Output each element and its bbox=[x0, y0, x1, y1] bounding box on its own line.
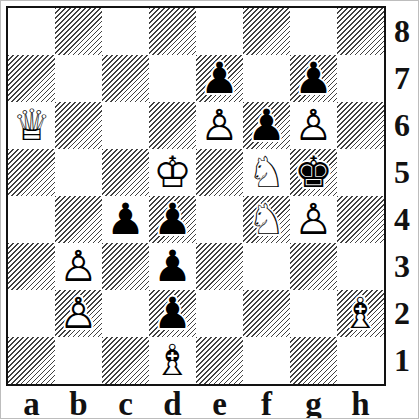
square-c1[interactable] bbox=[102, 337, 149, 384]
square-f5[interactable]: ♞♘ bbox=[243, 149, 290, 196]
piece-white-pawn-outline: ♙ bbox=[55, 290, 102, 337]
piece-black-pawn[interactable]: ♟ bbox=[149, 243, 196, 290]
rank-label-6: 6 bbox=[386, 102, 418, 149]
square-d3[interactable]: ♟ bbox=[149, 243, 196, 290]
square-f4[interactable]: ♞♘ bbox=[243, 196, 290, 243]
square-g6[interactable]: ♟♙ bbox=[290, 102, 337, 149]
piece-black-pawn[interactable]: ♟ bbox=[290, 55, 337, 102]
piece-white-bishop-outline: ♗ bbox=[149, 337, 196, 384]
piece-white-king[interactable]: ♚ bbox=[149, 149, 196, 196]
rank-label-1: 1 bbox=[386, 337, 418, 384]
square-c8[interactable] bbox=[102, 8, 149, 55]
piece-black-pawn[interactable]: ♟ bbox=[196, 55, 243, 102]
square-a2[interactable] bbox=[8, 290, 55, 337]
square-g8[interactable] bbox=[290, 8, 337, 55]
square-b7[interactable] bbox=[55, 55, 102, 102]
square-e7[interactable]: ♟ bbox=[196, 55, 243, 102]
rank-labels: 87654321 bbox=[386, 8, 418, 384]
file-label-e: e bbox=[196, 384, 243, 419]
square-a8[interactable] bbox=[8, 8, 55, 55]
square-e5[interactable] bbox=[196, 149, 243, 196]
square-c5[interactable] bbox=[102, 149, 149, 196]
piece-black-pawn[interactable]: ♟ bbox=[149, 196, 196, 243]
piece-white-pawn-outline: ♙ bbox=[55, 243, 102, 290]
square-g4[interactable]: ♟♙ bbox=[290, 196, 337, 243]
rank-label-8: 8 bbox=[386, 8, 418, 55]
square-h2[interactable]: ♝♗ bbox=[337, 290, 384, 337]
square-b1[interactable] bbox=[55, 337, 102, 384]
square-a6[interactable]: ♛♕ bbox=[8, 102, 55, 149]
rank-label-3: 3 bbox=[386, 243, 418, 290]
square-f7[interactable] bbox=[243, 55, 290, 102]
piece-white-knight[interactable]: ♞ bbox=[243, 149, 290, 196]
square-f2[interactable] bbox=[243, 290, 290, 337]
file-label-b: b bbox=[55, 384, 102, 419]
square-c4[interactable]: ♟ bbox=[102, 196, 149, 243]
rank-label-2: 2 bbox=[386, 290, 418, 337]
square-h3[interactable] bbox=[337, 243, 384, 290]
rank-label-7: 7 bbox=[386, 55, 418, 102]
file-label-d: d bbox=[149, 384, 196, 419]
square-b3[interactable]: ♟♙ bbox=[55, 243, 102, 290]
square-g7[interactable]: ♟ bbox=[290, 55, 337, 102]
square-b2[interactable]: ♟♙ bbox=[55, 290, 102, 337]
square-c7[interactable] bbox=[102, 55, 149, 102]
square-c3[interactable] bbox=[102, 243, 149, 290]
square-h1[interactable] bbox=[337, 337, 384, 384]
square-e4[interactable] bbox=[196, 196, 243, 243]
piece-white-pawn-outline: ♙ bbox=[290, 196, 337, 243]
square-h8[interactable] bbox=[337, 8, 384, 55]
square-a5[interactable] bbox=[8, 149, 55, 196]
square-f1[interactable] bbox=[243, 337, 290, 384]
square-e8[interactable] bbox=[196, 8, 243, 55]
square-b4[interactable] bbox=[55, 196, 102, 243]
square-b8[interactable] bbox=[55, 8, 102, 55]
piece-white-bishop-outline: ♗ bbox=[337, 290, 384, 337]
piece-white-bishop[interactable]: ♝ bbox=[149, 337, 196, 384]
square-e6[interactable]: ♟♙ bbox=[196, 102, 243, 149]
file-label-f: f bbox=[243, 384, 290, 419]
square-a4[interactable] bbox=[8, 196, 55, 243]
piece-black-pawn[interactable]: ♟ bbox=[102, 196, 149, 243]
piece-white-knight-outline: ♘ bbox=[243, 196, 290, 243]
piece-black-pawn[interactable]: ♟ bbox=[243, 102, 290, 149]
piece-white-pawn-outline: ♙ bbox=[196, 102, 243, 149]
square-c6[interactable] bbox=[102, 102, 149, 149]
piece-white-pawn-outline: ♙ bbox=[290, 102, 337, 149]
square-b6[interactable] bbox=[55, 102, 102, 149]
square-f8[interactable] bbox=[243, 8, 290, 55]
square-d7[interactable] bbox=[149, 55, 196, 102]
piece-white-pawn[interactable]: ♟ bbox=[290, 196, 337, 243]
piece-white-pawn[interactable]: ♟ bbox=[55, 243, 102, 290]
rank-label-4: 4 bbox=[386, 196, 418, 243]
square-e3[interactable] bbox=[196, 243, 243, 290]
square-d2[interactable]: ♟ bbox=[149, 290, 196, 337]
square-h5[interactable] bbox=[337, 149, 384, 196]
piece-white-pawn[interactable]: ♟ bbox=[55, 290, 102, 337]
square-b5[interactable] bbox=[55, 149, 102, 196]
square-f6[interactable]: ♟ bbox=[243, 102, 290, 149]
piece-white-pawn[interactable]: ♟ bbox=[196, 102, 243, 149]
rank-label-5: 5 bbox=[386, 149, 418, 196]
square-d1[interactable]: ♝♗ bbox=[149, 337, 196, 384]
square-e1[interactable] bbox=[196, 337, 243, 384]
square-e2[interactable] bbox=[196, 290, 243, 337]
piece-white-knight[interactable]: ♞ bbox=[243, 196, 290, 243]
square-g2[interactable] bbox=[290, 290, 337, 337]
piece-white-queen[interactable]: ♛ bbox=[8, 102, 55, 149]
piece-black-pawn[interactable]: ♟ bbox=[149, 290, 196, 337]
file-label-a: a bbox=[8, 384, 55, 419]
piece-white-pawn[interactable]: ♟ bbox=[290, 102, 337, 149]
piece-white-bishop[interactable]: ♝ bbox=[337, 290, 384, 337]
square-g3[interactable] bbox=[290, 243, 337, 290]
square-d8[interactable] bbox=[149, 8, 196, 55]
square-f3[interactable] bbox=[243, 243, 290, 290]
square-h6[interactable] bbox=[337, 102, 384, 149]
square-d6[interactable] bbox=[149, 102, 196, 149]
piece-white-king-outline: ♔ bbox=[149, 149, 196, 196]
square-d5[interactable]: ♚♔ bbox=[149, 149, 196, 196]
square-a7[interactable] bbox=[8, 55, 55, 102]
file-label-c: c bbox=[102, 384, 149, 419]
piece-white-queen-outline: ♕ bbox=[8, 102, 55, 149]
piece-black-king[interactable]: ♚ bbox=[290, 149, 337, 196]
square-c2[interactable] bbox=[102, 290, 149, 337]
file-label-g: g bbox=[290, 384, 337, 419]
square-h7[interactable] bbox=[337, 55, 384, 102]
square-a3[interactable] bbox=[8, 243, 55, 290]
board: ♟♟♛♕♟♙♟♟♙♚♔♞♘♚♟♟♞♘♟♙♟♙♟♟♙♟♝♗♝♗ bbox=[6, 6, 386, 386]
square-g5[interactable]: ♚ bbox=[290, 149, 337, 196]
square-d4[interactable]: ♟ bbox=[149, 196, 196, 243]
file-label-h: h bbox=[337, 384, 384, 419]
square-h4[interactable] bbox=[337, 196, 384, 243]
square-g1[interactable] bbox=[290, 337, 337, 384]
square-a1[interactable] bbox=[8, 337, 55, 384]
piece-white-knight-outline: ♘ bbox=[243, 149, 290, 196]
file-labels: abcdefgh bbox=[8, 384, 384, 418]
chess-diagram: ♟♟♛♕♟♙♟♟♙♚♔♞♘♚♟♟♞♘♟♙♟♙♟♟♙♟♝♗♝♗ abcdefgh … bbox=[0, 0, 419, 419]
